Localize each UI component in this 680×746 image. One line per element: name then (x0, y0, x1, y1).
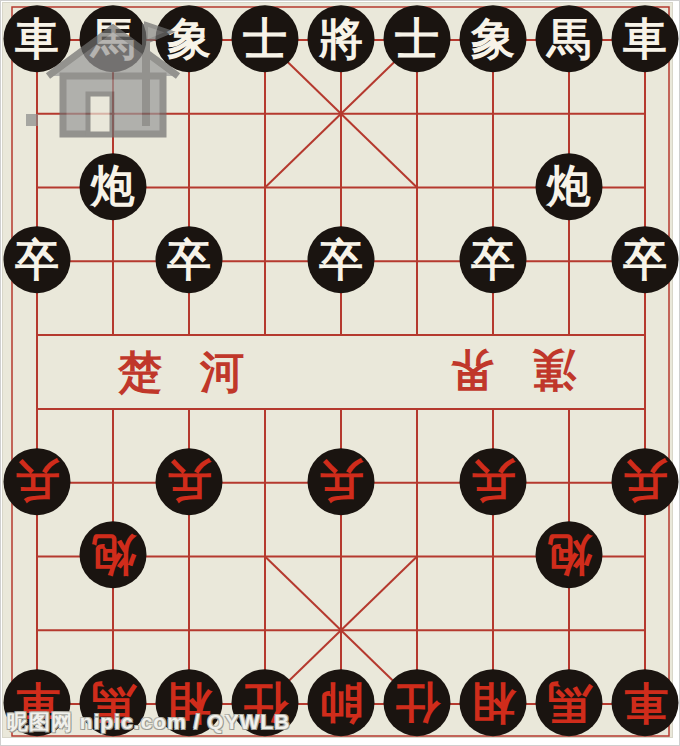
piece-red-horse-right[interactable]: 馬 (536, 669, 603, 736)
piece-red-cannon-right[interactable]: 炮 (536, 522, 603, 589)
red-piece-glyph: 相 (471, 681, 515, 725)
black-piece-glyph: 炮 (91, 164, 135, 208)
piece-black-cannon-right[interactable]: 炮 (536, 153, 603, 220)
piece-black-horse-right[interactable]: 馬 (536, 5, 603, 72)
piece-black-soldier-1[interactable]: 卒 (4, 226, 71, 293)
black-piece-glyph: 卒 (15, 238, 59, 282)
red-piece-glyph: 兵 (471, 459, 515, 503)
black-piece-glyph: 卒 (623, 238, 667, 282)
black-piece-glyph: 象 (471, 17, 515, 61)
piece-red-cannon-left[interactable]: 炮 (80, 522, 147, 589)
black-piece-glyph: 士 (395, 17, 439, 61)
river-label-chu-he: 楚河 (118, 350, 282, 394)
piece-black-elephant-right[interactable]: 象 (460, 5, 527, 72)
black-piece-glyph: 卒 (319, 238, 363, 282)
red-piece-glyph: 仕 (395, 681, 439, 725)
red-piece-glyph: 帥 (319, 681, 363, 725)
piece-black-soldier-4[interactable]: 卒 (460, 226, 527, 293)
piece-black-soldier-3[interactable]: 卒 (308, 226, 375, 293)
piece-red-advisor-right[interactable]: 仕 (384, 669, 451, 736)
piece-black-soldier-5[interactable]: 卒 (612, 226, 679, 293)
nipic-watermark-text: 昵图网 nipic.com / QYWLB (7, 708, 291, 736)
red-piece-glyph: 車 (623, 681, 667, 725)
black-piece-glyph: 將 (319, 17, 363, 61)
black-piece-glyph: 馬 (547, 17, 591, 61)
red-piece-glyph: 兵 (15, 459, 59, 503)
river-label-han-jie: 漢界 (412, 348, 576, 392)
red-piece-glyph: 炮 (547, 533, 591, 577)
piece-black-advisor-right[interactable]: 士 (384, 5, 451, 72)
black-piece-glyph: 卒 (471, 238, 515, 282)
piece-black-soldier-2[interactable]: 卒 (156, 226, 223, 293)
piece-red-soldier-5[interactable]: 兵 (612, 448, 679, 515)
piece-black-advisor-left[interactable]: 士 (232, 5, 299, 72)
piece-black-chariot-right[interactable]: 車 (612, 5, 679, 72)
piece-red-chariot-right[interactable]: 車 (612, 669, 679, 736)
black-piece-glyph: 卒 (167, 238, 211, 282)
piece-red-elephant-right[interactable]: 相 (460, 669, 527, 736)
red-piece-glyph: 兵 (167, 459, 211, 503)
piece-red-soldier-4[interactable]: 兵 (460, 448, 527, 515)
piece-red-soldier-2[interactable]: 兵 (156, 448, 223, 515)
piece-black-cannon-left[interactable]: 炮 (80, 153, 147, 220)
xiangqi-board-photo: 車馬象士將士象馬車炮炮卒卒卒卒卒兵兵兵兵兵炮炮車馬相仕帥仕相馬車 楚河 漢界 昵… (0, 0, 680, 746)
red-piece-glyph: 馬 (547, 681, 591, 725)
piece-red-soldier-3[interactable]: 兵 (308, 448, 375, 515)
piece-black-general[interactable]: 將 (308, 5, 375, 72)
black-piece-glyph: 炮 (547, 164, 591, 208)
black-piece-glyph: 士 (243, 17, 287, 61)
red-piece-glyph: 炮 (91, 533, 135, 577)
red-piece-glyph: 兵 (319, 459, 363, 503)
piece-red-soldier-1[interactable]: 兵 (4, 448, 71, 515)
piece-red-general[interactable]: 帥 (308, 669, 375, 736)
red-piece-glyph: 兵 (623, 459, 667, 503)
black-piece-glyph: 車 (623, 17, 667, 61)
nipic-logo-watermark (18, 6, 203, 156)
